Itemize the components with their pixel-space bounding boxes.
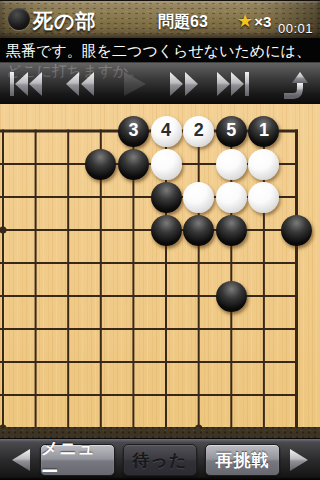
stone-black-T16[interactable] <box>281 215 312 246</box>
play-icon <box>121 71 149 97</box>
move-number: 1 <box>259 120 269 141</box>
skip-to-start-icon <box>8 71 46 97</box>
retry-button[interactable]: 再挑戦 <box>205 444 280 476</box>
stone-black-P17[interactable] <box>151 182 182 213</box>
jump-branch-icon <box>280 69 312 99</box>
black-stone-icon[interactable] <box>8 8 30 30</box>
stone-white-Q19[interactable]: 2 <box>183 116 214 147</box>
move-number: 2 <box>194 120 204 141</box>
playback-bar <box>0 62 320 104</box>
stone-white-S18[interactable] <box>248 149 279 180</box>
skip-to-end-button[interactable] <box>210 69 254 99</box>
message-line-1: 黒番です。眼を二つつくらせないためには、 <box>6 42 311 60</box>
star-point <box>0 227 7 234</box>
difficulty-rating: ★×3 <box>237 10 271 32</box>
next-problem-arrow[interactable] <box>288 448 310 472</box>
section-title[interactable]: 死の部 <box>33 8 96 35</box>
jump-branch-button[interactable] <box>274 69 318 99</box>
bottom-toolbar: メニュー 待った 再挑戦 <box>0 438 320 480</box>
star-count: ×3 <box>254 13 271 30</box>
move-number: 3 <box>128 120 138 141</box>
rewind-icon <box>62 71 98 97</box>
stone-black-O19[interactable]: 3 <box>118 116 149 147</box>
undo-button[interactable]: 待った <box>123 444 197 476</box>
star-icon: ★ <box>237 11 253 31</box>
stone-black-N18[interactable] <box>85 149 116 180</box>
stone-black-R16[interactable] <box>216 215 247 246</box>
move-number: 5 <box>226 120 236 141</box>
stone-black-O18[interactable] <box>118 149 149 180</box>
stone-black-P16[interactable] <box>151 215 182 246</box>
go-board[interactable]: 34251 <box>0 104 320 427</box>
stone-black-S19[interactable]: 1 <box>248 116 279 147</box>
move-number: 4 <box>161 120 171 141</box>
stone-white-R18[interactable] <box>216 149 247 180</box>
fast-forward-icon <box>166 71 202 97</box>
rewind-button[interactable] <box>58 69 102 99</box>
app-screen: 死の部 問題63 ★×3 00:01 黒番です。眼を二つつくらせないためには、 … <box>0 0 320 480</box>
stone-black-Q16[interactable] <box>183 215 214 246</box>
stone-white-P18[interactable] <box>151 149 182 180</box>
star-point <box>195 425 202 428</box>
menu-button[interactable]: メニュー <box>40 444 115 476</box>
star-point <box>0 425 7 428</box>
stone-white-Q17[interactable] <box>183 182 214 213</box>
skip-to-end-icon <box>213 71 251 97</box>
problem-number: 問題63 <box>158 12 208 33</box>
stone-white-S17-left[interactable] <box>216 182 247 213</box>
fast-forward-button[interactable] <box>162 69 206 99</box>
skip-to-start-button[interactable] <box>5 69 49 99</box>
stone-white-S17[interactable] <box>248 182 279 213</box>
top-bar: 死の部 問題63 ★×3 00:01 <box>0 0 320 38</box>
stone-black-R19[interactable]: 5 <box>216 116 247 147</box>
timer: 00:01 <box>278 21 313 36</box>
stone-black-R14[interactable] <box>216 281 247 312</box>
previous-problem-arrow[interactable] <box>10 448 32 472</box>
play-button[interactable] <box>113 69 157 99</box>
stone-white-P19[interactable]: 4 <box>151 116 182 147</box>
